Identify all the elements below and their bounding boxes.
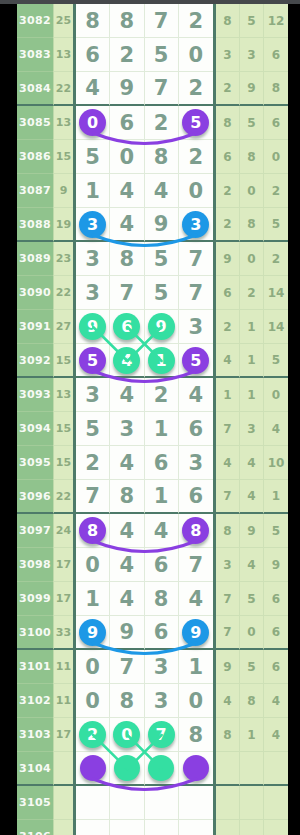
draw-row: 3096 22 7 8 1 6 7 4 1: [17, 480, 290, 514]
period-id-cell: 3098: [17, 548, 53, 582]
period-id-cell: 3092: [17, 344, 53, 378]
draw-row: 3085 13 0 6 2 5 8 5 6: [17, 106, 290, 140]
stat-cell: 4: [216, 446, 240, 480]
digit-value: 1: [85, 587, 100, 611]
stat-cell: 1: [240, 718, 264, 752]
digit-cell: 8: [110, 480, 144, 514]
digit-value: 0: [85, 655, 100, 679]
digit-cell: 8: [179, 718, 213, 752]
stat-cell: [216, 820, 240, 835]
digit-cell: 4: [145, 514, 179, 548]
stat-cell: 4: [264, 684, 288, 718]
digit-cell: 4: [110, 582, 144, 616]
stat-cell: 4: [216, 684, 240, 718]
digit-cell: 2: [179, 72, 213, 106]
stat-cell: 9: [240, 72, 264, 106]
stat-cell: 8: [264, 72, 288, 106]
circled-digit: 9: [79, 313, 106, 340]
circled-digit: 9: [148, 313, 175, 340]
circled-digit: 7: [148, 721, 175, 748]
digit-cell: 7: [179, 242, 213, 276]
circled-digit: 4: [113, 347, 140, 374]
digit-cell: 0: [76, 684, 110, 718]
sum-cell: [53, 786, 73, 820]
stat-cell: [264, 820, 288, 835]
period-id-cell: 3091: [17, 310, 53, 344]
stat-cell: [240, 820, 264, 835]
period-id-cell: 3083: [17, 38, 53, 72]
draw-row: 3083 13 6 2 5 0 3 3 6: [17, 38, 290, 72]
digit-cell: 5: [76, 140, 110, 174]
stat-cell: 6: [264, 106, 288, 140]
digit-cell: 3: [145, 684, 179, 718]
circled-digit: 9: [182, 619, 209, 646]
stat-cell: 9: [240, 514, 264, 548]
draw-row: 3090 22 3 7 5 7 6 2 14: [17, 276, 290, 310]
sum-cell: 13: [53, 38, 73, 72]
stat-cell: 6: [264, 616, 288, 650]
digit-cell: 4: [110, 344, 144, 378]
sum-cell: [53, 820, 73, 835]
stat-cell: 0: [240, 242, 264, 276]
period-id-cell: 3097: [17, 514, 53, 548]
stat-cell: 5: [240, 582, 264, 616]
digit-value: 5: [154, 43, 169, 67]
digit-cell: 5: [179, 344, 213, 378]
digit-cell: 6: [179, 412, 213, 446]
prediction-dot: [148, 755, 174, 781]
stat-cell: 2: [216, 310, 240, 344]
digit-cell: 6: [76, 38, 110, 72]
stat-cell: 3: [240, 412, 264, 446]
digit-cell: 2: [145, 378, 179, 412]
stat-cell: 0: [264, 140, 288, 174]
digit-cell: 0: [179, 174, 213, 208]
stat-cell: 12: [264, 4, 288, 38]
digit-value: 3: [85, 247, 100, 271]
digit-value: 5: [154, 281, 169, 305]
period-id-cell: 3087: [17, 174, 53, 208]
digit-cell: [179, 820, 213, 835]
digit-value: 7: [120, 655, 135, 679]
digit-value: 6: [154, 451, 169, 475]
stat-cell: 8: [216, 106, 240, 140]
digit-cell: 0: [179, 38, 213, 72]
digit-value: 0: [85, 689, 100, 713]
digit-cell: 9: [145, 208, 179, 242]
digit-cell: [145, 820, 179, 835]
digit-value: 2: [120, 43, 135, 67]
digit-cell: 9: [145, 310, 179, 344]
digit-value: 0: [189, 179, 204, 203]
stat-cell: 6: [264, 650, 288, 684]
stat-cell: 6: [264, 582, 288, 616]
digit-cell: [145, 752, 179, 786]
stat-cell: 0: [264, 378, 288, 412]
digit-cell: 2: [76, 446, 110, 480]
period-id-cell: 3093: [17, 378, 53, 412]
period-id-cell: 3096: [17, 480, 53, 514]
digit-value: 4: [120, 519, 135, 543]
period-id-cell: 3103: [17, 718, 53, 752]
digit-cell: 8: [76, 514, 110, 548]
digit-cell: 2: [179, 4, 213, 38]
digit-value: 4: [154, 179, 169, 203]
period-id-cell: 3106: [17, 820, 53, 835]
digit-cell: [110, 820, 144, 835]
sum-cell: 17: [53, 718, 73, 752]
draw-row: 3093 13 3 4 2 4 1 1 0: [17, 378, 290, 412]
stat-cell: 2: [264, 242, 288, 276]
period-id-cell: 3086: [17, 140, 53, 174]
digit-cell: 4: [179, 582, 213, 616]
digit-value: 8: [120, 689, 135, 713]
digit-cell: 0: [76, 548, 110, 582]
stat-cell: 7: [216, 616, 240, 650]
stat-cell: 2: [240, 276, 264, 310]
digit-cell: [110, 786, 144, 820]
stat-cell: 2: [216, 72, 240, 106]
digit-value: 5: [85, 417, 100, 441]
draw-row: 3103 17 2 0 7 8 8 1 4: [17, 718, 290, 752]
sum-cell: 24: [53, 514, 73, 548]
draw-row: 3104: [17, 752, 290, 786]
stat-cell: 5: [240, 106, 264, 140]
digit-value: 2: [85, 451, 100, 475]
circled-digit: 8: [182, 517, 209, 544]
sum-cell: 17: [53, 548, 73, 582]
stat-cell: [240, 786, 264, 820]
draw-row: 3105: [17, 786, 290, 820]
draw-row: 3089 23 3 8 5 7 9 0 2: [17, 242, 290, 276]
draw-row: 3099 17 1 4 8 4 7 5 6: [17, 582, 290, 616]
draw-row: 3082 25 8 8 7 2 8 5 12: [17, 4, 290, 38]
stat-cell: 9: [216, 242, 240, 276]
digit-value: 8: [120, 9, 135, 33]
digit-value: 7: [85, 484, 100, 508]
trend-chart-grid[interactable]: 3082 25 8 8 7 2 8 5 12 3083 13 6 2 5 0 3…: [17, 4, 290, 835]
stat-cell: 2: [264, 174, 288, 208]
sum-cell: 22: [53, 480, 73, 514]
digit-value: 0: [189, 43, 204, 67]
draw-row: 3086 15 5 0 8 2 6 8 0: [17, 140, 290, 174]
digit-cell: 1: [76, 174, 110, 208]
digit-value: 2: [189, 76, 204, 100]
circled-digit: 8: [79, 517, 106, 544]
stat-cell: 8: [216, 718, 240, 752]
digit-cell: [179, 752, 213, 786]
stat-cell: 3: [240, 38, 264, 72]
digit-value: 7: [189, 247, 204, 271]
prediction-dot: [183, 755, 209, 781]
digit-cell: 3: [179, 310, 213, 344]
digit-value: 6: [189, 417, 204, 441]
period-id-cell: 3085: [17, 106, 53, 140]
digit-value: 4: [85, 76, 100, 100]
digit-cell: 4: [110, 446, 144, 480]
digit-cell: 5: [76, 412, 110, 446]
stat-cell: 10: [264, 446, 288, 480]
stat-cell: 8: [240, 684, 264, 718]
digit-value: 4: [120, 587, 135, 611]
stat-cell: [264, 752, 288, 786]
digit-cell: 4: [110, 548, 144, 582]
digit-cell: [76, 820, 110, 835]
digit-cell: 4: [110, 378, 144, 412]
sum-cell: 15: [53, 446, 73, 480]
stat-cell: 4: [240, 446, 264, 480]
digit-value: 3: [189, 315, 204, 339]
digit-cell: [76, 786, 110, 820]
stat-cell: 0: [240, 174, 264, 208]
digit-value: 4: [120, 179, 135, 203]
stat-cell: 2: [216, 174, 240, 208]
sum-cell: 11: [53, 684, 73, 718]
circled-digit: 6: [113, 313, 140, 340]
stat-cell: 8: [240, 208, 264, 242]
digit-cell: 7: [76, 480, 110, 514]
digit-value: 3: [85, 281, 100, 305]
digit-cell: [110, 752, 144, 786]
digit-cell: 2: [145, 106, 179, 140]
period-id-cell: 3100: [17, 616, 53, 650]
stat-cell: 0: [240, 616, 264, 650]
digit-value: 9: [154, 212, 169, 236]
stat-cell: 1: [240, 378, 264, 412]
digit-value: 3: [189, 451, 204, 475]
digit-value: 4: [189, 587, 204, 611]
digit-cell: 5: [145, 242, 179, 276]
digit-cell: 8: [110, 4, 144, 38]
digit-value: 3: [120, 417, 135, 441]
sum-cell: [53, 752, 73, 786]
stat-cell: 4: [216, 344, 240, 378]
digit-value: 2: [189, 145, 204, 169]
digit-cell: 6: [145, 446, 179, 480]
stat-cell: [264, 786, 288, 820]
sum-cell: 22: [53, 276, 73, 310]
stat-cell: 8: [240, 140, 264, 174]
digit-cell: 4: [110, 174, 144, 208]
circled-digit: 2: [79, 721, 106, 748]
circled-digit: 1: [148, 347, 175, 374]
digit-value: 4: [120, 383, 135, 407]
digit-cell: 5: [76, 344, 110, 378]
digit-cell: 1: [145, 344, 179, 378]
digit-value: 3: [154, 689, 169, 713]
digit-value: 5: [85, 145, 100, 169]
digit-cell: 7: [145, 4, 179, 38]
digit-cell: 0: [76, 650, 110, 684]
digit-cell: 7: [179, 548, 213, 582]
digit-cell: 3: [179, 208, 213, 242]
digit-cell: 6: [110, 106, 144, 140]
stat-cell: 6: [216, 276, 240, 310]
stat-cell: 1: [264, 480, 288, 514]
digit-cell: 3: [76, 242, 110, 276]
digit-cell: 0: [110, 140, 144, 174]
draw-row: 3095 15 2 4 6 3 4 4 10: [17, 446, 290, 480]
digit-value: 5: [154, 247, 169, 271]
circled-digit: 5: [79, 347, 106, 374]
digit-cell: 9: [110, 72, 144, 106]
digit-cell: 7: [145, 72, 179, 106]
digit-value: 9: [120, 620, 135, 644]
sum-cell: 15: [53, 140, 73, 174]
stat-cell: 5: [240, 650, 264, 684]
digit-cell: 3: [179, 446, 213, 480]
period-id-cell: 3099: [17, 582, 53, 616]
digit-value: 2: [154, 111, 169, 135]
digit-cell: 1: [145, 480, 179, 514]
digit-cell: 4: [110, 208, 144, 242]
digit-cell: 9: [110, 616, 144, 650]
stat-cell: 1: [216, 378, 240, 412]
sum-cell: 15: [53, 412, 73, 446]
digit-value: 4: [189, 383, 204, 407]
digit-cell: 3: [76, 378, 110, 412]
digit-value: 6: [154, 620, 169, 644]
digit-cell: 2: [110, 38, 144, 72]
digit-value: 1: [85, 179, 100, 203]
digit-cell: 7: [110, 276, 144, 310]
digit-cell: 8: [76, 4, 110, 38]
draw-row: 3091 27 9 6 9 3 2 1 14: [17, 310, 290, 344]
draw-row: 3084 22 4 9 7 2 2 9 8: [17, 72, 290, 106]
digit-cell: 8: [179, 514, 213, 548]
draw-row: 3106: [17, 820, 290, 835]
period-id-cell: 3101: [17, 650, 53, 684]
digit-cell: 3: [110, 412, 144, 446]
digit-cell: 8: [110, 242, 144, 276]
stat-cell: 5: [240, 4, 264, 38]
digit-value: 6: [189, 484, 204, 508]
stat-cell: 1: [240, 344, 264, 378]
digit-value: 7: [189, 281, 204, 305]
digit-cell: 2: [179, 140, 213, 174]
digit-cell: 3: [76, 208, 110, 242]
stat-cell: 7: [216, 582, 240, 616]
sum-cell: 27: [53, 310, 73, 344]
digit-cell: 9: [76, 310, 110, 344]
stat-cell: 14: [264, 276, 288, 310]
stat-cell: 9: [264, 548, 288, 582]
sum-cell: 11: [53, 650, 73, 684]
period-id-cell: 3084: [17, 72, 53, 106]
draw-row: 3092 15 5 4 1 5 4 1 5: [17, 344, 290, 378]
stat-cell: 2: [216, 208, 240, 242]
sum-cell: 33: [53, 616, 73, 650]
digit-value: 0: [85, 553, 100, 577]
circled-digit: 9: [79, 619, 106, 646]
stat-cell: [216, 752, 240, 786]
sum-cell: 13: [53, 106, 73, 140]
period-id-cell: 3088: [17, 208, 53, 242]
stat-cell: 4: [240, 480, 264, 514]
stat-cell: 6: [216, 140, 240, 174]
digit-cell: 7: [179, 276, 213, 310]
draw-row: 3101 11 0 7 3 1 9 5 6: [17, 650, 290, 684]
stat-cell: 4: [264, 412, 288, 446]
digit-cell: 1: [145, 412, 179, 446]
digit-cell: 3: [76, 276, 110, 310]
digit-cell: 8: [110, 684, 144, 718]
prediction-dot: [114, 755, 140, 781]
prediction-dot: [80, 755, 106, 781]
circled-digit: 0: [79, 109, 106, 136]
stat-cell: [240, 752, 264, 786]
digit-value: 4: [154, 519, 169, 543]
period-id-cell: 3094: [17, 412, 53, 446]
draw-row: 3097 24 8 4 4 8 8 9 5: [17, 514, 290, 548]
digit-value: 8: [154, 587, 169, 611]
digit-value: 1: [154, 484, 169, 508]
draw-row: 3087 9 1 4 4 0 2 0 2: [17, 174, 290, 208]
digit-cell: 6: [110, 310, 144, 344]
circled-digit: 5: [182, 347, 209, 374]
stat-cell: 8: [216, 514, 240, 548]
digit-value: 0: [120, 145, 135, 169]
digit-cell: 9: [76, 616, 110, 650]
digit-cell: 5: [145, 38, 179, 72]
digit-cell: 4: [145, 174, 179, 208]
digit-value: 0: [189, 689, 204, 713]
digit-cell: 2: [76, 718, 110, 752]
digit-cell: 4: [110, 514, 144, 548]
period-id-cell: 3102: [17, 684, 53, 718]
circled-digit: 0: [113, 721, 140, 748]
digit-value: 4: [120, 553, 135, 577]
digit-cell: 0: [110, 718, 144, 752]
stat-cell: 5: [264, 514, 288, 548]
stat-cell: 9: [216, 650, 240, 684]
partial-row-clip: 3106: [17, 820, 290, 835]
draw-row: 3088 19 3 4 9 3 2 8 5: [17, 208, 290, 242]
digit-cell: 1: [76, 582, 110, 616]
digit-value: 4: [120, 451, 135, 475]
period-id-cell: 3090: [17, 276, 53, 310]
digit-value: 7: [154, 76, 169, 100]
digit-value: 8: [120, 484, 135, 508]
digit-value: 8: [189, 723, 204, 747]
digit-value: 2: [189, 9, 204, 33]
stat-cell: 7: [216, 412, 240, 446]
sum-cell: 17: [53, 582, 73, 616]
digit-cell: [145, 786, 179, 820]
status-bar: [0, 0, 300, 4]
circled-digit: 3: [79, 211, 106, 238]
digit-cell: 3: [145, 650, 179, 684]
digit-cell: 9: [179, 616, 213, 650]
draw-row: 3094 15 5 3 1 6 7 3 4: [17, 412, 290, 446]
stat-cell: 3: [216, 548, 240, 582]
digit-cell: 5: [145, 276, 179, 310]
digit-value: 2: [154, 383, 169, 407]
digit-value: 7: [154, 9, 169, 33]
digit-cell: 5: [179, 106, 213, 140]
stat-cell: 3: [216, 38, 240, 72]
digit-value: 7: [189, 553, 204, 577]
digit-value: 6: [85, 43, 100, 67]
digit-cell: [179, 786, 213, 820]
digit-value: 3: [154, 655, 169, 679]
digit-cell: 4: [76, 72, 110, 106]
stat-cell: 4: [264, 718, 288, 752]
digit-value: 1: [154, 417, 169, 441]
draw-row: 3100 33 9 9 6 9 7 0 6: [17, 616, 290, 650]
period-id-cell: 3104: [17, 752, 53, 786]
digit-cell: 4: [179, 378, 213, 412]
